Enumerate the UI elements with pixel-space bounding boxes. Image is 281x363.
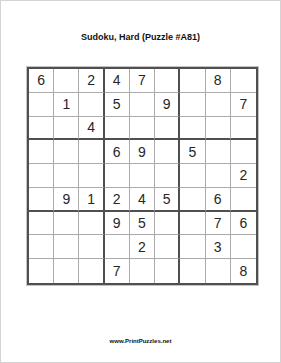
cell-r1c7 <box>180 69 205 93</box>
cell-r6c1 <box>29 188 54 212</box>
cell-r4c5: 9 <box>130 140 155 164</box>
cell-r5c5 <box>130 164 155 188</box>
cell-r6c7 <box>180 188 205 212</box>
cell-r7c6 <box>155 212 180 236</box>
cell-r2c2: 1 <box>54 93 79 117</box>
cell-r9c6 <box>155 259 180 283</box>
cell-r6c5: 4 <box>130 188 155 212</box>
cell-r9c4: 7 <box>105 259 130 283</box>
cell-r9c9: 8 <box>231 259 256 283</box>
cell-r1c8: 8 <box>206 69 231 93</box>
cell-r8c4 <box>105 235 130 259</box>
cell-r1c3: 2 <box>79 69 104 93</box>
cell-r6c6: 5 <box>155 188 180 212</box>
cell-r5c4 <box>105 164 130 188</box>
cell-r6c4: 2 <box>105 188 130 212</box>
cell-r4c7: 5 <box>180 140 205 164</box>
cell-r1c4: 4 <box>105 69 130 93</box>
cell-r8c8: 3 <box>206 235 231 259</box>
cell-r2c9: 7 <box>231 93 256 117</box>
cell-r8c9 <box>231 235 256 259</box>
cell-r9c3 <box>79 259 104 283</box>
cell-r2c6: 9 <box>155 93 180 117</box>
cell-r8c7 <box>180 235 205 259</box>
cell-r6c2: 9 <box>54 188 79 212</box>
cell-r9c8 <box>206 259 231 283</box>
cell-r5c2 <box>54 164 79 188</box>
cell-r9c5 <box>130 259 155 283</box>
cell-r4c4: 6 <box>105 140 130 164</box>
cell-r6c3: 1 <box>79 188 104 212</box>
cell-r7c8: 7 <box>206 212 231 236</box>
cell-r2c3 <box>79 93 104 117</box>
page-title: Sudoku, Hard (Puzzle #A81) <box>1 32 280 42</box>
cell-r3c2 <box>54 117 79 141</box>
cell-r3c3: 4 <box>79 117 104 141</box>
cell-r2c4: 5 <box>105 93 130 117</box>
cell-r9c2 <box>54 259 79 283</box>
cell-r1c2 <box>54 69 79 93</box>
cell-r8c1 <box>29 235 54 259</box>
cell-r9c7 <box>180 259 205 283</box>
cell-r3c5 <box>130 117 155 141</box>
cell-r4c2 <box>54 140 79 164</box>
cell-r7c3 <box>79 212 104 236</box>
cell-r3c6 <box>155 117 180 141</box>
cell-r7c1 <box>29 212 54 236</box>
sudoku-board: 6247815974695291245695762378 <box>27 67 258 285</box>
cell-r5c6 <box>155 164 180 188</box>
cell-r7c5: 5 <box>130 212 155 236</box>
cell-r5c3 <box>79 164 104 188</box>
cell-r5c8 <box>206 164 231 188</box>
cell-r7c4: 9 <box>105 212 130 236</box>
cell-r7c9: 6 <box>231 212 256 236</box>
cell-r3c8 <box>206 117 231 141</box>
cell-r6c9 <box>231 188 256 212</box>
cell-r8c5: 2 <box>130 235 155 259</box>
cell-r8c2 <box>54 235 79 259</box>
cell-r4c1 <box>29 140 54 164</box>
cell-r2c1 <box>29 93 54 117</box>
cell-r9c1 <box>29 259 54 283</box>
cell-r4c3 <box>79 140 104 164</box>
cell-r3c9 <box>231 117 256 141</box>
cell-r4c6 <box>155 140 180 164</box>
cell-r3c7 <box>180 117 205 141</box>
cell-r2c5 <box>130 93 155 117</box>
cell-r8c6 <box>155 235 180 259</box>
cell-r4c8 <box>206 140 231 164</box>
cell-r1c6 <box>155 69 180 93</box>
cell-r1c5: 7 <box>130 69 155 93</box>
cell-r2c8 <box>206 93 231 117</box>
cell-r1c1: 6 <box>29 69 54 93</box>
cell-r1c9 <box>231 69 256 93</box>
cell-r5c7 <box>180 164 205 188</box>
cell-r5c1 <box>29 164 54 188</box>
cell-r3c1 <box>29 117 54 141</box>
footer-url: www.PrintPuzzles.net <box>1 338 280 344</box>
cell-r5c9: 2 <box>231 164 256 188</box>
puzzle-page: Sudoku, Hard (Puzzle #A81) 6247815974695… <box>0 0 281 363</box>
cell-r8c3 <box>79 235 104 259</box>
cell-r3c4 <box>105 117 130 141</box>
cell-r4c9 <box>231 140 256 164</box>
cell-r6c8: 6 <box>206 188 231 212</box>
cell-r7c7 <box>180 212 205 236</box>
cell-r2c7 <box>180 93 205 117</box>
cell-r7c2 <box>54 212 79 236</box>
